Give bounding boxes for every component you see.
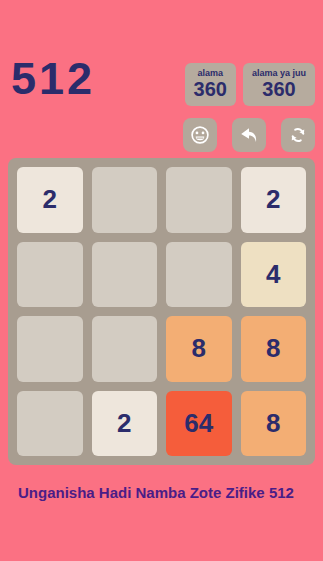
score-box: alama 360 (185, 63, 236, 106)
restart-button[interactable] (281, 118, 315, 152)
tile-2: 2 (17, 167, 83, 233)
empty-cell (17, 316, 83, 382)
restart-arrows-icon (287, 124, 309, 146)
undo-button[interactable] (232, 118, 266, 152)
empty-cell (166, 242, 232, 308)
empty-cell (166, 167, 232, 233)
best-score-label: alama ya juu (252, 68, 306, 78)
tile-8: 8 (241, 391, 307, 457)
game-title: 512 (11, 56, 95, 101)
tile-8: 8 (166, 316, 232, 382)
toolbar (183, 118, 315, 152)
empty-cell (92, 242, 158, 308)
empty-cell (17, 391, 83, 457)
instruction-text: Unganisha Hadi Namba Zote Zifike 512 (18, 484, 294, 501)
emoji-button[interactable] (183, 118, 217, 152)
tile-2: 2 (92, 391, 158, 457)
emoji-face-icon (189, 124, 211, 146)
empty-cell (92, 316, 158, 382)
app-background: 512 alama 360 alama ya juu 360 (0, 0, 323, 561)
game-board[interactable]: 224882648 (8, 158, 315, 465)
tile-64: 64 (166, 391, 232, 457)
score-label: alama (194, 68, 227, 78)
best-score-value: 360 (252, 78, 306, 100)
tile-4: 4 (241, 242, 307, 308)
empty-cell (92, 167, 158, 233)
tile-8: 8 (241, 316, 307, 382)
tile-2: 2 (241, 167, 307, 233)
undo-arrow-icon (238, 124, 260, 146)
empty-cell (17, 242, 83, 308)
best-score-box: alama ya juu 360 (243, 63, 315, 106)
score-row: alama 360 alama ya juu 360 (185, 63, 315, 106)
score-value: 360 (194, 78, 227, 100)
